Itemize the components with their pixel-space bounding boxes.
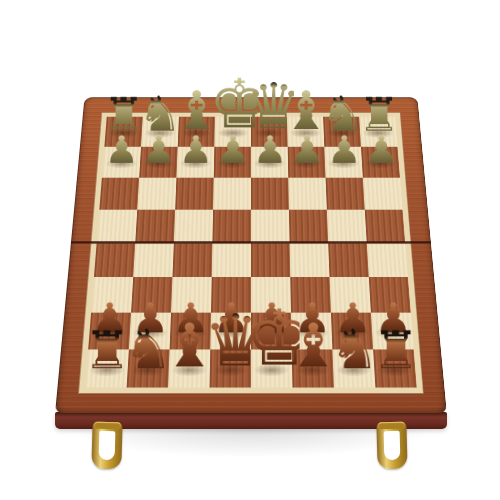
brass-latch-left: [91, 422, 122, 470]
brass-latch-right: [376, 422, 407, 470]
latch-pin: [94, 422, 120, 430]
chess-board: ♜♞♝♚♛♝♞♜♟♟♟♟♟♟♟♟♟♟♟♟♟♟♟♟♜♞♝♛♚♝♞♜: [55, 97, 447, 414]
product-photo-scene: ♜♞♝♚♛♝♞♜♟♟♟♟♟♟♟♟♟♟♟♟♟♟♟♟♜♞♝♛♚♝♞♜: [0, 0, 500, 500]
latch-hole: [384, 431, 401, 460]
board-frame: [55, 97, 447, 414]
latch-pin: [378, 422, 404, 430]
latch-hole: [99, 431, 116, 460]
